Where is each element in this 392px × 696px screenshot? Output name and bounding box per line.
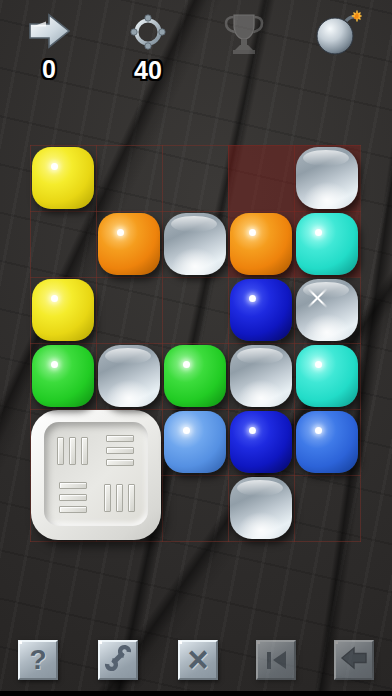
yellow-cube[interactable] — [32, 279, 94, 341]
arrow-icon — [26, 12, 72, 54]
bomb-slot — [308, 9, 372, 61]
close-button[interactable]: × — [178, 640, 218, 680]
silver-cube[interactable] — [296, 147, 358, 209]
bomb-icon — [314, 9, 366, 61]
trophy-slot — [212, 10, 276, 60]
skip-back-icon — [267, 651, 286, 669]
close-icon: × — [187, 645, 208, 675]
settings-button[interactable] — [98, 640, 138, 680]
cyan-cube[interactable] — [296, 213, 358, 275]
ring-icon — [128, 13, 168, 55]
undo-button[interactable] — [334, 640, 374, 680]
silver-cube[interactable] — [164, 213, 226, 275]
screen-bottom-strip — [0, 691, 392, 696]
silver-cube[interactable] — [230, 477, 292, 539]
pattern-tile[interactable] — [31, 410, 161, 540]
silver-cube[interactable] — [98, 345, 160, 407]
lightblue-cube[interactable] — [164, 411, 226, 473]
cyan-cube[interactable] — [296, 345, 358, 407]
help-button[interactable]: ? — [18, 640, 58, 680]
trophy-icon — [222, 10, 266, 60]
moves-value: 0 — [42, 57, 56, 81]
darkblue-cube[interactable] — [230, 411, 292, 473]
orange-cube[interactable] — [98, 213, 160, 275]
green-cube[interactable] — [164, 345, 226, 407]
horizontal-bars — [59, 482, 87, 513]
goal-counter: 40 — [116, 13, 180, 82]
goal-value: 40 — [134, 58, 162, 82]
question-icon: ? — [29, 646, 46, 674]
moves-counter: 0 — [17, 12, 81, 81]
pattern-tile-face — [44, 422, 148, 526]
blue-cube[interactable] — [296, 411, 358, 473]
sparkle-icon — [302, 283, 332, 313]
orange-cube[interactable] — [230, 213, 292, 275]
board — [30, 145, 361, 542]
game-screen: 0 40 — [0, 0, 392, 696]
darkblue-cube[interactable] — [230, 279, 292, 341]
back-arrow-icon — [340, 645, 368, 675]
yellow-cube[interactable] — [32, 147, 94, 209]
restart-button[interactable] — [256, 640, 296, 680]
horizontal-bars — [106, 435, 134, 466]
vertical-bars — [57, 437, 88, 465]
wrench-icon — [104, 644, 132, 676]
silver-cube[interactable] — [230, 345, 292, 407]
silver-cube[interactable] — [296, 279, 358, 341]
highlight-cell — [228, 145, 294, 211]
green-cube[interactable] — [32, 345, 94, 407]
vertical-bars — [104, 484, 135, 512]
